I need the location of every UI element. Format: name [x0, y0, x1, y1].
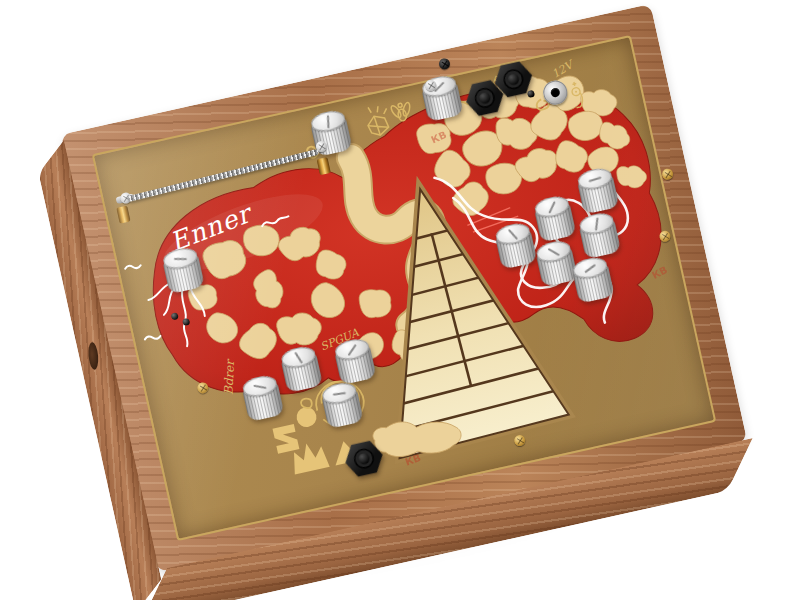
frame-screw-top: [438, 57, 451, 70]
script-bottom-left: Bdrer: [221, 358, 237, 396]
frame-screw-right: [661, 168, 674, 181]
power-hole: [550, 87, 561, 98]
synthesizer-device: Enner OUT 12V Bdrer SPGUA КВ КВ КВ: [61, 4, 748, 572]
pcb-panel: Enner OUT 12V Bdrer SPGUA КВ КВ КВ: [92, 35, 717, 541]
product-photo-stage: Enner OUT 12V Bdrer SPGUA КВ КВ КВ: [0, 0, 800, 600]
side-notch: [87, 338, 101, 374]
